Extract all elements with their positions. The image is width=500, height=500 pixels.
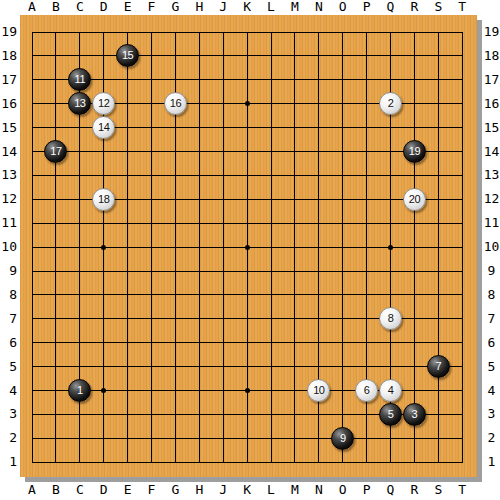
star-point-D10: [101, 245, 106, 250]
move-number: 14: [98, 116, 109, 139]
stone-black-R3[interactable]: 3: [403, 403, 426, 426]
coord-right-17: 17: [483, 73, 500, 87]
stone-black-O2[interactable]: 9: [331, 427, 354, 450]
coord-left-12: 12: [0, 192, 17, 206]
coord-top-C: C: [70, 0, 90, 14]
coord-right-14: 14: [483, 145, 500, 159]
coord-top-J: J: [213, 0, 233, 14]
coord-left-1: 1: [0, 455, 17, 469]
coord-bottom-K: K: [237, 482, 257, 497]
grid-line-horizontal-2: [32, 438, 463, 439]
coord-right-5: 5: [483, 360, 500, 374]
stone-black-S5[interactable]: 7: [427, 355, 450, 378]
stone-black-R14[interactable]: 19: [403, 140, 426, 163]
coord-left-2: 2: [0, 431, 17, 445]
coord-top-K: K: [237, 0, 257, 14]
grid-line-vertical-M: [294, 32, 295, 463]
coord-top-M: M: [285, 0, 305, 14]
grid-line-horizontal-5: [32, 366, 463, 367]
coord-right-15: 15: [483, 121, 500, 135]
move-number: 5: [388, 403, 394, 426]
move-number: 18: [98, 188, 109, 211]
coord-top-Q: Q: [381, 0, 401, 14]
coord-right-11: 11: [483, 216, 500, 230]
coord-right-7: 7: [483, 312, 500, 326]
coord-top-S: S: [428, 0, 448, 14]
coord-bottom-H: H: [189, 482, 209, 497]
coord-top-T: T: [452, 0, 472, 14]
coord-right-10: 10: [483, 240, 500, 254]
coord-left-5: 5: [0, 360, 17, 374]
coord-top-B: B: [46, 0, 66, 14]
coord-left-19: 19: [0, 25, 17, 39]
move-number: 17: [50, 140, 61, 163]
move-number: 15: [122, 44, 133, 67]
coord-left-17: 17: [0, 73, 17, 87]
stone-white-P4[interactable]: 6: [355, 379, 378, 402]
go-board-diagram: AABBCCDDEEFFGGHHJJKKLLMMNNOOPPQQRRSSTT19…: [0, 0, 500, 500]
grid-line-vertical-L: [271, 32, 272, 463]
coord-bottom-E: E: [118, 482, 138, 497]
move-number: 13: [74, 92, 85, 115]
coord-bottom-D: D: [94, 482, 114, 497]
coord-right-1: 1: [483, 455, 500, 469]
coord-right-18: 18: [483, 49, 500, 63]
move-number: 4: [388, 379, 394, 402]
coord-bottom-L: L: [261, 482, 281, 497]
stone-white-R12[interactable]: 20: [403, 188, 426, 211]
coord-bottom-M: M: [285, 482, 305, 497]
coord-left-11: 11: [0, 216, 17, 230]
coord-top-D: D: [94, 0, 114, 14]
coord-right-13: 13: [483, 168, 500, 182]
move-number: 11: [75, 68, 85, 91]
coord-top-G: G: [165, 0, 185, 14]
coord-bottom-T: T: [452, 482, 472, 497]
move-number: 12: [98, 92, 109, 115]
coord-right-9: 9: [483, 264, 500, 278]
grid-line-vertical-R: [414, 32, 415, 463]
move-number: 10: [313, 379, 324, 402]
stone-white-G16[interactable]: 16: [164, 92, 187, 115]
coord-right-2: 2: [483, 431, 500, 445]
coord-left-16: 16: [0, 97, 17, 111]
coord-top-N: N: [309, 0, 329, 14]
coord-top-L: L: [261, 0, 281, 14]
grid-line-horizontal-9: [32, 271, 463, 272]
coord-left-18: 18: [0, 49, 17, 63]
coord-top-O: O: [333, 0, 353, 14]
grid-line-horizontal-1: [32, 462, 463, 463]
coord-left-14: 14: [0, 145, 17, 159]
coord-top-F: F: [142, 0, 162, 14]
move-number: 6: [364, 379, 370, 402]
grid-line-horizontal-6: [32, 342, 463, 343]
coord-right-6: 6: [483, 336, 500, 350]
stone-white-Q4[interactable]: 4: [379, 379, 402, 402]
stone-white-D12[interactable]: 18: [92, 188, 115, 211]
star-point-K4: [245, 388, 250, 393]
coord-bottom-Q: Q: [381, 482, 401, 497]
move-number: 8: [388, 307, 394, 330]
move-number: 7: [435, 355, 441, 378]
coord-right-8: 8: [483, 288, 500, 302]
coord-top-H: H: [189, 0, 209, 14]
coord-top-R: R: [404, 0, 424, 14]
coord-left-7: 7: [0, 312, 17, 326]
star-point-Q10: [388, 245, 393, 250]
coord-bottom-O: O: [333, 482, 353, 497]
coord-bottom-R: R: [404, 482, 424, 497]
coord-right-3: 3: [483, 407, 500, 421]
coord-right-16: 16: [483, 97, 500, 111]
coord-right-12: 12: [483, 192, 500, 206]
coord-bottom-B: B: [46, 482, 66, 497]
move-number: 16: [170, 92, 181, 115]
move-number: 1: [77, 379, 83, 402]
coord-left-6: 6: [0, 336, 17, 350]
grid-line-horizontal-8: [32, 294, 463, 295]
coord-right-19: 19: [483, 25, 500, 39]
move-number: 2: [388, 92, 394, 115]
coord-top-E: E: [118, 0, 138, 14]
star-point-K16: [245, 101, 250, 106]
coord-bottom-A: A: [22, 482, 42, 497]
coord-bottom-P: P: [357, 482, 377, 497]
coord-bottom-N: N: [309, 482, 329, 497]
coord-left-10: 10: [0, 240, 17, 254]
grid-line-vertical-T: [462, 32, 463, 463]
coord-left-15: 15: [0, 121, 17, 135]
star-point-K10: [245, 245, 250, 250]
coord-bottom-F: F: [142, 482, 162, 497]
coord-left-9: 9: [0, 264, 17, 278]
move-number: 20: [409, 188, 420, 211]
coord-left-8: 8: [0, 288, 17, 302]
move-number: 19: [409, 140, 420, 163]
move-number: 3: [412, 403, 418, 426]
stone-black-Q3[interactable]: 5: [379, 403, 402, 426]
grid-line-vertical-S: [438, 32, 439, 463]
coord-bottom-J: J: [213, 482, 233, 497]
coord-top-A: A: [22, 0, 42, 14]
coord-left-3: 3: [0, 407, 17, 421]
coord-bottom-S: S: [428, 482, 448, 497]
move-number: 9: [340, 427, 346, 450]
grid-line-vertical-O: [342, 32, 343, 463]
coord-bottom-C: C: [70, 482, 90, 497]
coord-left-4: 4: [0, 384, 17, 398]
coord-left-13: 13: [0, 168, 17, 182]
coord-right-4: 4: [483, 384, 500, 398]
coord-bottom-G: G: [165, 482, 185, 497]
coord-top-P: P: [357, 0, 377, 14]
